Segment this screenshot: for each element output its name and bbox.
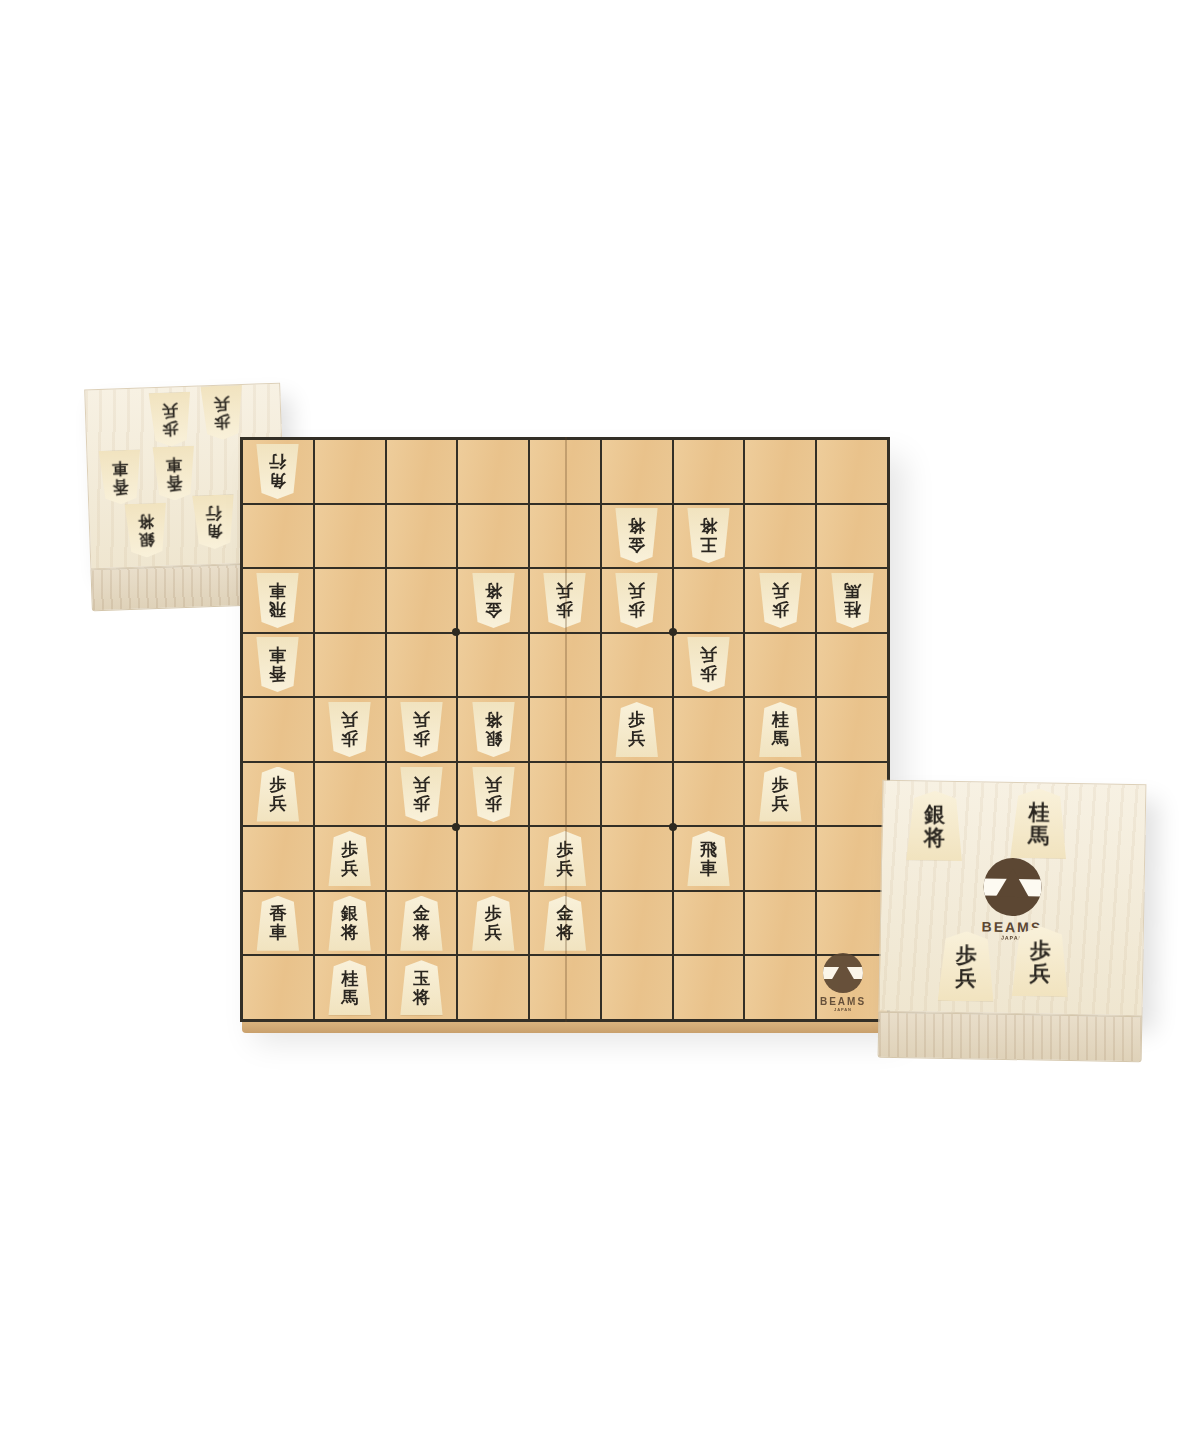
square-8-5[interactable]: 歩兵 — [315, 698, 385, 761]
kanji-char: 銀 — [341, 904, 358, 923]
shogi-piece-王将-gote[interactable]: 王将 — [685, 508, 732, 563]
kanji-char: 金 — [485, 600, 502, 619]
square-1-8[interactable] — [817, 892, 887, 955]
kanji-char: 金 — [556, 904, 573, 923]
shogi-piece-桂馬-sente[interactable]: 桂馬 — [757, 702, 804, 757]
shogi-piece-金将-gote[interactable]: 金将 — [470, 573, 517, 628]
kanji-char: 歩 — [269, 775, 286, 794]
square-3-2[interactable]: 王将 — [674, 505, 744, 568]
kanji-char: 行 — [205, 504, 222, 523]
square-2-3[interactable]: 歩兵 — [745, 569, 815, 632]
square-7-8[interactable]: 金将 — [387, 892, 457, 955]
square-3-9[interactable] — [674, 956, 744, 1019]
kanji-char: 香 — [269, 665, 286, 684]
kanji-char: 桂 — [772, 710, 789, 729]
shogi-piece-銀将-gote[interactable]: 銀将 — [470, 702, 517, 757]
kanji-char: 王 — [700, 536, 717, 555]
square-2-7[interactable] — [745, 827, 815, 890]
shogi-piece-歩兵-sente[interactable]: 歩兵 — [326, 831, 373, 886]
kanji-char: 銀 — [485, 729, 502, 748]
square-3-4[interactable]: 歩兵 — [674, 634, 744, 697]
kanji-char: 車 — [269, 646, 286, 665]
kanji-char: 兵 — [628, 729, 645, 748]
kanji-char: 兵 — [413, 775, 430, 794]
mountain-circle-icon — [823, 953, 863, 993]
kanji-char: 歩 — [1030, 938, 1051, 961]
kanji-char: 兵 — [556, 581, 573, 600]
square-6-9[interactable] — [458, 956, 528, 1019]
shogi-piece-玉将-sente[interactable]: 玉将 — [398, 960, 445, 1015]
shogi-piece-飛車-sente[interactable]: 飛車 — [685, 831, 732, 886]
kanji-char: 馬 — [772, 729, 789, 748]
square-5-1[interactable] — [530, 440, 600, 503]
shogi-piece-桂馬-sente[interactable]: 桂馬 — [1007, 788, 1070, 859]
square-1-7[interactable] — [817, 827, 887, 890]
square-9-6[interactable]: 歩兵 — [243, 763, 313, 826]
square-4-5[interactable]: 歩兵 — [602, 698, 672, 761]
shogi-piece-歩兵-gote[interactable]: 歩兵 — [198, 385, 246, 441]
kanji-char: 将 — [413, 988, 430, 1007]
square-7-5[interactable]: 歩兵 — [387, 698, 457, 761]
kanji-char: 歩 — [485, 794, 502, 813]
square-8-7[interactable]: 歩兵 — [315, 827, 385, 890]
shogi-piece-桂馬-gote[interactable]: 桂馬 — [829, 573, 876, 628]
shogi-piece-歩兵-sente[interactable]: 歩兵 — [613, 702, 660, 757]
square-6-7[interactable] — [458, 827, 528, 890]
shogi-piece-金将-sente[interactable]: 金将 — [398, 896, 445, 951]
square-9-5[interactable] — [243, 698, 313, 761]
square-4-8[interactable] — [602, 892, 672, 955]
square-3-5[interactable] — [674, 698, 744, 761]
shogi-piece-桂馬-sente[interactable]: 桂馬 — [326, 960, 373, 1015]
square-5-8[interactable]: 金将 — [530, 892, 600, 955]
kanji-char: 車 — [112, 459, 129, 478]
square-1-4[interactable] — [817, 634, 887, 697]
square-5-4[interactable] — [530, 634, 600, 697]
kanji-char: 玉 — [413, 969, 430, 988]
square-6-2[interactable] — [458, 505, 528, 568]
square-7-4[interactable] — [387, 634, 457, 697]
square-6-6[interactable]: 歩兵 — [458, 763, 528, 826]
square-7-1[interactable] — [387, 440, 457, 503]
kanji-char: 兵 — [485, 775, 502, 794]
square-9-2[interactable] — [243, 505, 313, 568]
square-3-8[interactable] — [674, 892, 744, 955]
shogi-board: 角行金将王将飛車金将歩兵歩兵歩兵桂馬香車歩兵歩兵歩兵銀将歩兵桂馬歩兵歩兵歩兵歩兵… — [240, 437, 890, 1022]
shogi-piece-歩兵-sente[interactable]: 歩兵 — [470, 896, 517, 951]
shogi-piece-歩兵-sente[interactable]: 歩兵 — [935, 931, 998, 1002]
shogi-piece-歩兵-sente[interactable]: 歩兵 — [541, 831, 588, 886]
kanji-char: 兵 — [213, 394, 230, 413]
square-9-1[interactable]: 角行 — [243, 440, 313, 503]
square-4-6[interactable] — [602, 763, 672, 826]
square-8-3[interactable] — [315, 569, 385, 632]
kanji-char: 歩 — [341, 729, 358, 748]
kanji-char: 馬 — [1028, 823, 1049, 846]
square-5-9[interactable] — [530, 956, 600, 1019]
square-4-9[interactable] — [602, 956, 672, 1019]
square-9-4[interactable]: 香車 — [243, 634, 313, 697]
shogi-piece-歩兵-gote[interactable]: 歩兵 — [398, 702, 445, 757]
kanji-char: 兵 — [772, 794, 789, 813]
shogi-piece-歩兵-gote[interactable]: 歩兵 — [398, 767, 445, 822]
square-9-3[interactable]: 飛車 — [243, 569, 313, 632]
board-side-edge — [242, 1022, 892, 1033]
square-4-3[interactable]: 歩兵 — [602, 569, 672, 632]
kanji-char: 桂 — [1028, 800, 1049, 823]
kanji-char: 将 — [628, 517, 645, 536]
square-6-3[interactable]: 金将 — [458, 569, 528, 632]
square-3-1[interactable] — [674, 440, 744, 503]
square-6-4[interactable] — [458, 634, 528, 697]
shogi-piece-飛車-gote[interactable]: 飛車 — [254, 573, 301, 628]
kanji-char: 将 — [556, 923, 573, 942]
shogi-piece-角行-gote[interactable]: 角行 — [190, 494, 238, 550]
kanji-char: 桂 — [844, 600, 861, 619]
square-8-9[interactable]: 桂馬 — [315, 956, 385, 1019]
kanji-char: 兵 — [162, 401, 179, 420]
shogi-piece-香車-gote[interactable]: 香車 — [96, 449, 144, 505]
kanji-char: 将 — [341, 923, 358, 942]
kanji-char: 将 — [924, 825, 945, 848]
kanji-char: 行 — [269, 452, 286, 471]
kanji-char: 車 — [166, 455, 183, 474]
kanji-char: 車 — [700, 859, 717, 878]
square-6-5[interactable]: 銀将 — [458, 698, 528, 761]
square-8-8[interactable]: 銀将 — [315, 892, 385, 955]
shogi-piece-香車-gote[interactable]: 香車 — [150, 446, 198, 502]
kanji-char: 兵 — [700, 646, 717, 665]
square-2-9[interactable] — [745, 956, 815, 1019]
kanji-char: 銀 — [924, 802, 945, 825]
kanji-char: 兵 — [485, 923, 502, 942]
square-8-1[interactable] — [315, 440, 385, 503]
shogi-piece-銀将-sente[interactable]: 銀将 — [326, 896, 373, 951]
kanji-char: 角 — [269, 471, 286, 490]
kanji-char: 歩 — [772, 775, 789, 794]
kanji-char: 馬 — [341, 988, 358, 1007]
sente-captured-box: BEAMS JAPAN 銀将桂馬歩兵歩兵 — [878, 780, 1147, 1063]
square-7-6[interactable]: 歩兵 — [387, 763, 457, 826]
kanji-char: 歩 — [628, 600, 645, 619]
kanji-char: 兵 — [269, 794, 286, 813]
shogi-piece-香車-gote[interactable]: 香車 — [254, 637, 301, 692]
logo-text: BEAMS — [820, 996, 866, 1007]
kanji-char: 歩 — [628, 710, 645, 729]
square-7-2[interactable] — [387, 505, 457, 568]
square-2-1[interactable] — [745, 440, 815, 503]
kanji-char: 歩 — [214, 412, 231, 431]
kanji-char: 歩 — [162, 419, 179, 438]
shogi-piece-歩兵-gote[interactable]: 歩兵 — [541, 573, 588, 628]
square-7-9[interactable]: 玉将 — [387, 956, 457, 1019]
kanji-char: 兵 — [341, 859, 358, 878]
kanji-char: 歩 — [556, 840, 573, 859]
kanji-char: 歩 — [556, 600, 573, 619]
kanji-char: 銀 — [138, 530, 155, 549]
shogi-piece-金将-sente[interactable]: 金将 — [541, 896, 588, 951]
shogi-piece-歩兵-sente[interactable]: 歩兵 — [1009, 926, 1072, 997]
kanji-char: 金 — [628, 536, 645, 555]
shogi-piece-歩兵-gote[interactable]: 歩兵 — [326, 702, 373, 757]
kanji-char: 歩 — [413, 794, 430, 813]
kanji-char: 歩 — [341, 840, 358, 859]
kanji-char: 兵 — [1029, 961, 1050, 984]
square-2-4[interactable] — [745, 634, 815, 697]
square-8-4[interactable] — [315, 634, 385, 697]
kanji-char: 歩 — [772, 600, 789, 619]
square-4-7[interactable] — [602, 827, 672, 890]
shogi-piece-歩兵-gote[interactable]: 歩兵 — [470, 767, 517, 822]
square-3-3[interactable] — [674, 569, 744, 632]
square-5-2[interactable] — [530, 505, 600, 568]
logo-subtext: JAPAN — [834, 1007, 852, 1012]
kanji-char: 香 — [166, 473, 183, 492]
kanji-char: 歩 — [700, 665, 717, 684]
kanji-char: 車 — [269, 923, 286, 942]
square-5-6[interactable] — [530, 763, 600, 826]
kanji-char: 将 — [485, 710, 502, 729]
shogi-piece-歩兵-gote[interactable]: 歩兵 — [685, 637, 732, 692]
square-1-1[interactable] — [817, 440, 887, 503]
shogi-piece-金将-gote[interactable]: 金将 — [613, 508, 660, 563]
kanji-char: 歩 — [956, 943, 977, 966]
kanji-char: 香 — [269, 904, 286, 923]
kanji-char: 歩 — [413, 729, 430, 748]
kanji-char: 兵 — [341, 710, 358, 729]
shogi-piece-歩兵-gote[interactable]: 歩兵 — [757, 573, 804, 628]
kanji-char: 将 — [138, 512, 155, 531]
kanji-char: 将 — [485, 581, 502, 600]
square-6-8[interactable]: 歩兵 — [458, 892, 528, 955]
square-4-2[interactable]: 金将 — [602, 505, 672, 568]
square-4-1[interactable] — [602, 440, 672, 503]
square-1-3[interactable]: 桂馬 — [817, 569, 887, 632]
square-5-3[interactable]: 歩兵 — [530, 569, 600, 632]
kanji-char: 兵 — [556, 859, 573, 878]
product-photo-shogi-set: { "game": "shogi", "scene": "BEAMS JAPAN… — [0, 0, 1200, 1440]
square-5-5[interactable] — [530, 698, 600, 761]
square-1-5[interactable] — [817, 698, 887, 761]
shogi-piece-歩兵-sente[interactable]: 歩兵 — [757, 767, 804, 822]
shogi-piece-歩兵-gote[interactable]: 歩兵 — [146, 392, 194, 448]
shogi-piece-歩兵-gote[interactable]: 歩兵 — [613, 573, 660, 628]
kanji-char: 桂 — [341, 969, 358, 988]
square-1-6[interactable] — [817, 763, 887, 826]
shogi-piece-角行-gote[interactable]: 角行 — [254, 444, 301, 499]
beams-japan-logo: BEAMS JAPAN — [818, 953, 868, 1012]
kanji-char: 車 — [269, 581, 286, 600]
shogi-piece-銀将-gote[interactable]: 銀将 — [122, 503, 170, 559]
kanji-char: 兵 — [955, 966, 976, 989]
square-9-7[interactable] — [243, 827, 313, 890]
square-7-3[interactable] — [387, 569, 457, 632]
board-grid: 角行金将王将飛車金将歩兵歩兵歩兵桂馬香車歩兵歩兵歩兵銀将歩兵桂馬歩兵歩兵歩兵歩兵… — [240, 437, 890, 1022]
square-6-1[interactable] — [458, 440, 528, 503]
kanji-char: 兵 — [772, 581, 789, 600]
kanji-char: 角 — [206, 522, 223, 541]
kanji-char: 金 — [413, 904, 430, 923]
square-8-6[interactable] — [315, 763, 385, 826]
kanji-char: 兵 — [628, 581, 645, 600]
kanji-char: 将 — [413, 923, 430, 942]
square-1-2[interactable] — [817, 505, 887, 568]
square-2-6[interactable]: 歩兵 — [745, 763, 815, 826]
square-9-9[interactable] — [243, 956, 313, 1019]
square-8-2[interactable] — [315, 505, 385, 568]
kanji-char: 歩 — [485, 904, 502, 923]
square-2-2[interactable] — [745, 505, 815, 568]
kanji-char: 馬 — [844, 581, 861, 600]
kanji-char: 将 — [700, 517, 717, 536]
square-5-7[interactable]: 歩兵 — [530, 827, 600, 890]
square-2-8[interactable] — [745, 892, 815, 955]
square-3-6[interactable] — [674, 763, 744, 826]
shogi-piece-歩兵-sente[interactable]: 歩兵 — [254, 767, 301, 822]
square-9-8[interactable]: 香車 — [243, 892, 313, 955]
shogi-piece-銀将-sente[interactable]: 銀将 — [903, 790, 966, 861]
square-3-7[interactable]: 飛車 — [674, 827, 744, 890]
kanji-char: 兵 — [413, 710, 430, 729]
shogi-piece-香車-sente[interactable]: 香車 — [254, 896, 301, 951]
square-7-7[interactable] — [387, 827, 457, 890]
kanji-char: 飛 — [269, 600, 286, 619]
square-2-5[interactable]: 桂馬 — [745, 698, 815, 761]
kanji-char: 香 — [112, 477, 129, 496]
square-4-4[interactable] — [602, 634, 672, 697]
kanji-char: 飛 — [700, 840, 717, 859]
